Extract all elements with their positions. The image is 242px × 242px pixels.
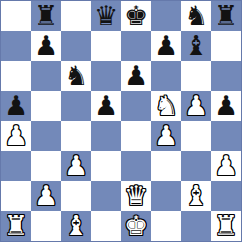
square-e4[interactable] [121,121,151,151]
square-d2[interactable] [91,181,121,211]
square-g8[interactable]: ♞ [181,1,211,31]
square-d7[interactable] [91,31,121,61]
chess-board: ♜♛♚♞♜♟♟♝♞♟♟♟♞♟♟♟♟♟♟♟♛♝♜♝♚♜ [0,0,242,242]
square-d3[interactable] [91,151,121,181]
piece-white-pawn[interactable]: ♟ [64,152,88,179]
square-c8[interactable] [61,1,91,31]
piece-black-pawn[interactable]: ♟ [94,92,118,119]
square-e7[interactable] [121,31,151,61]
piece-white-pawn[interactable]: ♟ [184,92,208,119]
square-h7[interactable] [211,31,241,61]
square-g4[interactable] [181,121,211,151]
square-b3[interactable] [31,151,61,181]
square-a3[interactable] [1,151,31,181]
piece-white-pawn[interactable]: ♟ [4,122,28,149]
square-h3[interactable]: ♟ [211,151,241,181]
piece-black-pawn[interactable]: ♟ [34,32,58,59]
piece-black-knight[interactable]: ♞ [184,2,208,29]
piece-white-rook[interactable]: ♜ [214,212,238,239]
piece-white-king[interactable]: ♚ [124,212,148,239]
square-a5[interactable]: ♟ [1,91,31,121]
square-d6[interactable] [91,61,121,91]
square-g7[interactable]: ♝ [181,31,211,61]
piece-black-bishop[interactable]: ♝ [184,32,208,59]
square-b4[interactable] [31,121,61,151]
square-f5[interactable]: ♞ [151,91,181,121]
square-e8[interactable]: ♚ [121,1,151,31]
square-h6[interactable] [211,61,241,91]
piece-white-bishop[interactable]: ♝ [184,182,208,209]
piece-black-pawn[interactable]: ♟ [4,92,28,119]
piece-white-queen[interactable]: ♛ [124,182,148,209]
piece-white-rook[interactable]: ♜ [4,212,28,239]
square-h8[interactable]: ♜ [211,1,241,31]
square-d8[interactable]: ♛ [91,1,121,31]
square-b6[interactable] [31,61,61,91]
piece-black-pawn[interactable]: ♟ [124,62,148,89]
piece-white-pawn[interactable]: ♟ [154,122,178,149]
square-e5[interactable] [121,91,151,121]
square-e6[interactable]: ♟ [121,61,151,91]
square-e3[interactable] [121,151,151,181]
square-f7[interactable]: ♟ [151,31,181,61]
square-a8[interactable] [1,1,31,31]
square-h1[interactable]: ♜ [211,211,241,241]
square-c2[interactable] [61,181,91,211]
square-f8[interactable] [151,1,181,31]
square-a6[interactable] [1,61,31,91]
square-a4[interactable]: ♟ [1,121,31,151]
square-b2[interactable]: ♟ [31,181,61,211]
square-b5[interactable] [31,91,61,121]
piece-black-pawn[interactable]: ♟ [154,32,178,59]
square-f6[interactable] [151,61,181,91]
square-d4[interactable] [91,121,121,151]
square-g2[interactable]: ♝ [181,181,211,211]
square-b8[interactable]: ♜ [31,1,61,31]
piece-white-bishop[interactable]: ♝ [64,212,88,239]
square-a2[interactable] [1,181,31,211]
square-c1[interactable]: ♝ [61,211,91,241]
piece-black-king[interactable]: ♚ [124,2,148,29]
piece-white-pawn[interactable]: ♟ [214,152,238,179]
square-f1[interactable] [151,211,181,241]
piece-black-queen[interactable]: ♛ [94,2,118,29]
square-c5[interactable] [61,91,91,121]
square-e2[interactable]: ♛ [121,181,151,211]
square-e1[interactable]: ♚ [121,211,151,241]
square-h2[interactable] [211,181,241,211]
square-g6[interactable] [181,61,211,91]
square-b1[interactable] [31,211,61,241]
square-a7[interactable] [1,31,31,61]
square-a1[interactable]: ♜ [1,211,31,241]
square-h5[interactable]: ♟ [211,91,241,121]
square-f3[interactable] [151,151,181,181]
square-g5[interactable]: ♟ [181,91,211,121]
piece-black-rook[interactable]: ♜ [214,2,238,29]
piece-black-knight[interactable]: ♞ [64,62,88,89]
square-c4[interactable] [61,121,91,151]
square-h4[interactable] [211,121,241,151]
square-b7[interactable]: ♟ [31,31,61,61]
square-d5[interactable]: ♟ [91,91,121,121]
piece-black-rook[interactable]: ♜ [34,2,58,29]
square-c3[interactable]: ♟ [61,151,91,181]
square-g3[interactable] [181,151,211,181]
square-f4[interactable]: ♟ [151,121,181,151]
piece-white-pawn[interactable]: ♟ [34,182,58,209]
square-c6[interactable]: ♞ [61,61,91,91]
square-f2[interactable] [151,181,181,211]
square-g1[interactable] [181,211,211,241]
square-c7[interactable] [61,31,91,61]
square-d1[interactable] [91,211,121,241]
piece-white-knight[interactable]: ♞ [154,92,178,119]
piece-black-pawn[interactable]: ♟ [214,92,238,119]
